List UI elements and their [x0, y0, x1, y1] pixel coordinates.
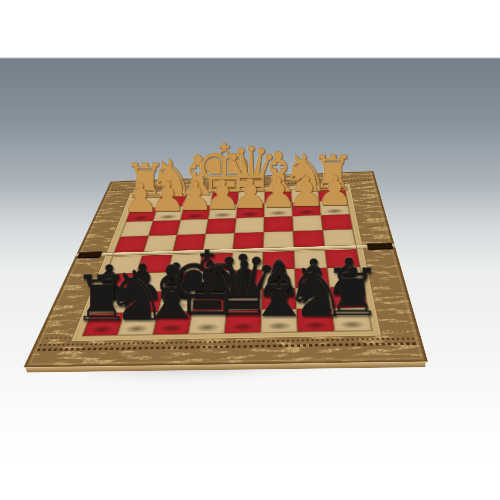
photo-scene: ♜♞♝♚♛♝♞♜♟♟♟♟♟♟♟♟♟♟♟♟♟♟♟♟♜♞♝♚♛♝♞♜	[0, 0, 500, 500]
square-a4	[323, 229, 356, 246]
square-a2: ♟	[319, 200, 349, 215]
piece-shadow: ♟	[319, 200, 349, 215]
piece-white-pawn-a2: ♟	[316, 170, 353, 212]
square-a8: ♜	[332, 307, 372, 331]
piece-shadow: ♜	[332, 307, 372, 331]
piece-black-rook-a8: ♜	[323, 260, 382, 326]
squares-grid: ♜♞♝♚♛♝♞♜♟♟♟♟♟♟♟♟♟♟♟♟♟♟♟♟♜♞♝♚♛♝♞♜	[81, 187, 373, 336]
chess-board: ♜♞♝♚♛♝♞♜♟♟♟♟♟♟♟♟♟♟♟♟♟♟♟♟♜♞♝♚♛♝♞♜	[23, 171, 428, 368]
